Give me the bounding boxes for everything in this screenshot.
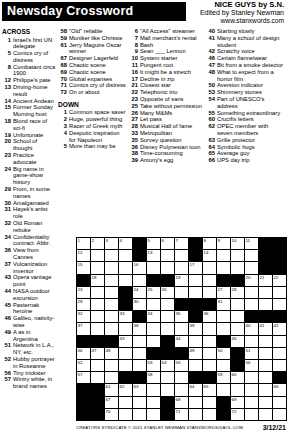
clue-across-36: 36View from Cannes	[2, 247, 56, 261]
clue-text: Hubby portrayer in Roseanne	[13, 356, 56, 370]
clue-number: 49	[2, 329, 13, 343]
clue-number: 23	[2, 152, 13, 166]
cell-number: 32	[78, 311, 83, 316]
grid-cell[interactable]	[161, 311, 174, 322]
grid-cell[interactable]	[119, 348, 132, 359]
grid-cell[interactable]: 42	[273, 323, 286, 334]
grid-cell[interactable]	[231, 250, 244, 261]
grid-cell[interactable]	[203, 348, 216, 359]
clue-text: Survey question	[140, 137, 203, 144]
clue-text: Opposite of sans	[140, 96, 203, 103]
grid-cell[interactable]	[259, 336, 272, 347]
grid-cell[interactable]	[133, 397, 146, 408]
cell-number: 34	[148, 311, 153, 316]
clue-text: Time-consuming	[140, 150, 203, 157]
grid-cell[interactable]	[147, 409, 160, 420]
clue-text: Chaotic scene	[69, 69, 127, 76]
grid-cell[interactable]	[231, 311, 244, 322]
clue-text: Driving-home result	[13, 84, 56, 98]
clue-number: 27	[129, 116, 140, 123]
grid-cell[interactable]: 57	[77, 372, 90, 383]
clue-number: 51	[2, 342, 13, 356]
cell-number: 53	[148, 360, 153, 365]
grid-cell[interactable]: 71	[175, 409, 188, 420]
grid-cell[interactable]: 14	[203, 250, 216, 261]
grid-cell[interactable]: 69	[231, 397, 244, 408]
clue-text: System starter	[140, 55, 203, 62]
grid-cell[interactable]	[231, 262, 244, 273]
black-cell	[175, 348, 188, 359]
grid-cell[interactable]: 35	[175, 311, 188, 322]
clue-across-20: 20School of thought	[2, 138, 56, 152]
clue-number: 33	[129, 130, 140, 137]
grid-cell[interactable]	[231, 299, 244, 310]
cell-number: 11	[246, 238, 251, 243]
clue-number: 23	[129, 96, 140, 103]
grid-cell[interactable]: 55	[175, 360, 188, 371]
grid-cell[interactable]: 20	[245, 275, 258, 286]
grid-cell[interactable]: 9	[217, 238, 230, 249]
grid-cell[interactable]	[105, 299, 118, 310]
black-cell	[189, 372, 202, 383]
cell-number: 41	[260, 323, 265, 328]
grid-cell[interactable]	[245, 397, 258, 408]
grid-cell[interactable]: 58	[147, 372, 160, 383]
grid-cell[interactable]: 6	[161, 238, 174, 249]
grid-cell[interactable]	[91, 299, 104, 310]
clue-down-50: 50Aversion indicator	[206, 82, 285, 89]
grid-cell[interactable]	[203, 397, 216, 408]
grid-cell[interactable]	[273, 336, 286, 347]
grid-cell[interactable]: 37	[77, 323, 90, 334]
grid-cell[interactable]: 53	[147, 360, 160, 371]
grid-cell[interactable]: 43	[119, 336, 132, 347]
clue-down-66: 66UPS day trip	[206, 157, 285, 164]
grid-cell[interactable]: 19	[175, 275, 188, 286]
grid-cell[interactable]	[91, 360, 104, 371]
grid-cell[interactable]	[259, 287, 272, 298]
cell-number: 52	[78, 360, 83, 365]
grid-cell[interactable]	[203, 323, 216, 334]
clue-down-26: 26Many M&Ms	[129, 110, 203, 117]
grid-cell[interactable]: 50	[217, 348, 230, 359]
grid-cell[interactable]	[245, 384, 258, 395]
clue-across-67: 67Designer Lagerfeld	[58, 55, 127, 62]
grid-cell[interactable]	[161, 372, 174, 383]
clue-down-42: 42Scratchy voice	[206, 48, 285, 55]
clue-text: School of thought	[13, 138, 56, 152]
grid-cell[interactable]: 59	[217, 372, 230, 383]
clue-across-23: 23Practice advocate	[2, 152, 56, 166]
grid-cell[interactable]	[189, 287, 202, 298]
grid-cell[interactable]: 51	[245, 348, 258, 359]
grid-cell[interactable]: 44	[175, 336, 188, 347]
grid-cell[interactable]: 2	[91, 238, 104, 249]
footer: CREATORS SYNDICATE © 2021 STANLEY NEWMAN…	[76, 421, 286, 433]
newsday-crossword-page: Newsday Crossword NICE GUYS by S.N. Edit…	[0, 0, 287, 434]
grid-cell[interactable]	[105, 262, 118, 273]
grid-cell[interactable]: 3	[105, 238, 118, 249]
grid-cell[interactable]	[91, 311, 104, 322]
grid-cell[interactable]	[133, 409, 146, 420]
grid-cell[interactable]	[133, 336, 146, 347]
clue-across-19: 19Unfortunate	[2, 132, 56, 139]
clue-down-16: 16It might be a stretch	[129, 69, 203, 76]
clue-down-54: 54Part of UNESCO's address	[206, 96, 285, 110]
grid-cell[interactable]: 68	[175, 397, 188, 408]
grid-cell[interactable]	[161, 250, 174, 261]
clue-down-27: 27Let pass	[129, 116, 203, 123]
clue-down-53: 53Shimmery stones	[206, 89, 285, 96]
grid-cell[interactable]	[259, 299, 272, 310]
clue-text: Many a school of design student	[217, 35, 285, 49]
grid-cell[interactable]	[245, 336, 258, 347]
cell-number: 8	[204, 238, 206, 243]
grid-cell[interactable]: 12	[77, 250, 90, 261]
black-cell	[189, 299, 202, 310]
grid-cell[interactable]	[259, 348, 272, 359]
cell-number: 65	[204, 384, 209, 389]
grid-cell[interactable]	[245, 372, 258, 383]
grid-cell[interactable]: 46	[77, 348, 90, 359]
clue-number: 39	[129, 157, 140, 164]
black-cell	[77, 397, 90, 408]
grid-cell[interactable]: 48	[105, 348, 118, 359]
grid-cell[interactable]	[217, 311, 230, 322]
grid-cell[interactable]: 18	[91, 275, 104, 286]
grid-cell[interactable]: 31	[217, 299, 230, 310]
grid-cell[interactable]: 10	[231, 238, 244, 249]
cell-number: 66	[274, 384, 279, 389]
grid-cell[interactable]	[189, 409, 202, 420]
grid-cell[interactable]	[161, 384, 174, 395]
grid-cell[interactable]	[105, 311, 118, 322]
cell-number: 64	[190, 384, 195, 389]
cell-number: 28	[232, 287, 237, 292]
clue-text: Bash	[140, 42, 203, 49]
grid-cell[interactable]: 4	[119, 238, 132, 249]
grid-cell[interactable]: 66	[273, 384, 286, 395]
grid-cell[interactable]	[119, 262, 132, 273]
clue-across-68: 68Chaotic scene	[58, 62, 127, 69]
grid-cell[interactable]: 22	[273, 275, 286, 286]
clue-down-8: 8Bash	[129, 42, 203, 49]
grid-cell[interactable]	[175, 384, 188, 395]
grid-cell[interactable]	[175, 262, 188, 273]
clue-number: 2	[58, 116, 69, 123]
puzzle-date: 3/12/21	[263, 424, 286, 431]
clue-text: Galileo, nativity-wise	[13, 315, 56, 329]
grid-cell[interactable]	[105, 360, 118, 371]
clue-text: Israel's first UN delegate	[13, 37, 56, 51]
grid-cell[interactable]: 67	[105, 397, 118, 408]
cell-number: 22	[274, 275, 279, 280]
grid-cell[interactable]: 62	[119, 384, 132, 395]
grid-cell[interactable]: 61	[105, 384, 118, 395]
cell-number: 31	[218, 299, 223, 304]
grid-cell[interactable]	[273, 397, 286, 408]
grid-cell[interactable]: 65	[203, 384, 216, 395]
clue-across-29: 29From, in some names	[2, 186, 56, 200]
grid-cell[interactable]: 40	[245, 323, 258, 334]
grid-cell[interactable]: 28	[231, 287, 244, 298]
grid-cell[interactable]: 23	[77, 287, 90, 298]
cell-number: 44	[176, 336, 181, 341]
clue-number: 31	[2, 206, 13, 220]
clue-number: 44	[2, 288, 13, 302]
grid-cell[interactable]	[105, 250, 118, 261]
grid-cell[interactable]	[147, 336, 160, 347]
cell-number: 72	[232, 409, 237, 414]
clue-down-48: 48What to expect from a horror film	[206, 69, 285, 83]
grid-cell[interactable]	[231, 384, 244, 395]
down-heading: DOWN	[58, 101, 127, 109]
grid-cell[interactable]	[91, 372, 104, 383]
grid-cell[interactable]	[259, 397, 272, 408]
grid-cell[interactable]: 17	[189, 262, 202, 273]
grid-cell[interactable]: 39	[189, 323, 202, 334]
grid-cell[interactable]	[259, 360, 272, 371]
grid-cell[interactable]	[273, 409, 286, 420]
grid-cell[interactable]	[189, 360, 202, 371]
grid-cell[interactable]	[203, 275, 216, 286]
grid-cell[interactable]	[175, 287, 188, 298]
clue-text: Symbolic hugs	[217, 144, 285, 151]
cell-number: 51	[246, 348, 251, 353]
black-cell	[133, 372, 146, 383]
grid-cell[interactable]	[105, 372, 118, 383]
grid-cell[interactable]	[189, 336, 202, 347]
clue-across-15: 15Former Sunday Morning host	[2, 104, 56, 118]
grid-cell[interactable]: 38	[133, 323, 146, 334]
grid-cell[interactable]: 21	[259, 275, 272, 286]
clue-down-9: 9Sean ___ Lennon	[129, 48, 203, 55]
grid-cell[interactable]	[119, 250, 132, 261]
clue-text: Global expanses	[69, 76, 127, 83]
grid-cell[interactable]	[259, 409, 272, 420]
grid-cell[interactable]: 47	[91, 348, 104, 359]
clue-number: 19	[2, 132, 13, 139]
grid-cell[interactable]	[203, 262, 216, 273]
cell-number: 17	[190, 262, 195, 267]
grid-cell[interactable]	[119, 397, 132, 408]
clue-number: 17	[129, 76, 140, 83]
cell-number: 30	[134, 299, 139, 304]
grid-cell[interactable]	[203, 360, 216, 371]
grid-cell[interactable]: 60	[231, 372, 244, 383]
clue-across-58: 58"Old" reliable	[58, 28, 127, 35]
grid-cell[interactable]	[217, 384, 230, 395]
grid-cell[interactable]: 41	[259, 323, 272, 334]
grid-cell[interactable]	[245, 299, 258, 310]
grid-cell[interactable]: 27	[217, 287, 230, 298]
cell-number: 69	[232, 397, 237, 402]
grid-cell[interactable]	[105, 275, 118, 286]
grid-cell[interactable]	[245, 250, 258, 261]
grid-cell[interactable]: 30	[133, 299, 146, 310]
grid-cell[interactable]	[133, 360, 146, 371]
cell-number: 21	[260, 275, 265, 280]
clue-number: 3	[58, 123, 69, 130]
clue-down-38: 38Time-consuming	[129, 150, 203, 157]
clue-across-32: 32Old Roman rebuke	[2, 220, 56, 234]
grid-cell[interactable]	[203, 409, 216, 420]
grid-cell[interactable]	[91, 262, 104, 273]
black-cell	[77, 384, 90, 395]
clue-text: "All Access" streamer	[140, 28, 203, 35]
grid-cell[interactable]	[133, 275, 146, 286]
grid-cell[interactable]	[119, 323, 132, 334]
grid-cell[interactable]: 8	[203, 238, 216, 249]
grid-cell[interactable]	[105, 323, 118, 334]
clue-number: 1	[58, 109, 69, 116]
black-cell	[91, 397, 104, 408]
clue-down-39: 39Antony's egg	[129, 157, 203, 164]
grid-cell[interactable]	[189, 275, 202, 286]
grid-cell[interactable]: 34	[147, 311, 160, 322]
grid-cell[interactable]	[273, 287, 286, 298]
grid-cell[interactable]	[161, 323, 174, 334]
clue-text: Unfortunate	[13, 132, 56, 139]
black-cell	[119, 287, 132, 298]
grid-cell[interactable]: 13	[147, 250, 160, 261]
crossword-grid[interactable]: 1234567891011121314151617181920212223242…	[76, 237, 287, 421]
clue-text: Disney Polynesian toon	[140, 144, 203, 151]
grid-cell[interactable]	[105, 287, 118, 298]
grid-cell[interactable]	[147, 262, 160, 273]
grid-cell[interactable]: 11	[245, 238, 258, 249]
clue-text: Chaotic scene	[69, 62, 127, 69]
grid-cell[interactable]	[175, 323, 188, 334]
copyright-line: CREATORS SYNDICATE © 2021 STANLEY NEWMAN…	[76, 425, 243, 430]
grid-cell[interactable]	[273, 299, 286, 310]
clue-number: 55	[206, 110, 217, 117]
grid-cell[interactable]: 32	[77, 311, 90, 322]
grid-cell[interactable]: 45	[231, 336, 244, 347]
clue-down-65: 65Average guy	[206, 150, 285, 157]
grid-cell[interactable]: 33	[119, 311, 132, 322]
grid-cell[interactable]	[175, 372, 188, 383]
grid-cell[interactable]	[147, 323, 160, 334]
grid-cell[interactable]	[273, 348, 286, 359]
grid-cell[interactable]: 49	[189, 348, 202, 359]
clue-text: Crucifix letters	[217, 116, 285, 123]
grid-cell[interactable]: 29	[77, 299, 90, 310]
clue-number: 63	[206, 137, 217, 144]
grid-cell[interactable]	[147, 384, 160, 395]
grid-cell[interactable]	[119, 275, 132, 286]
cell-number: 54	[162, 360, 167, 365]
black-cell	[133, 238, 146, 249]
cell-number: 60	[232, 372, 237, 377]
grid-cell[interactable]: 24	[133, 287, 146, 298]
grid-cell[interactable]	[161, 262, 174, 273]
grid-cell[interactable]	[231, 323, 244, 334]
clue-text: "Old" reliable	[69, 28, 127, 35]
grid-cell[interactable]	[91, 250, 104, 261]
grid-cell[interactable]	[91, 287, 104, 298]
clue-text: Hayek's artist role	[13, 206, 56, 220]
grid-cell[interactable]	[147, 397, 160, 408]
grid-cell[interactable]	[203, 287, 216, 298]
black-cell	[217, 397, 230, 408]
grid-cell[interactable]: 70	[105, 409, 118, 420]
grid-cell[interactable]	[189, 397, 202, 408]
cell-number: 57	[78, 372, 83, 377]
grid-cell[interactable]	[119, 360, 132, 371]
grid-cell[interactable]: 63	[133, 384, 146, 395]
clue-text: Moniker like Chrissie	[69, 35, 127, 42]
clue-across-61: 61Jerry Maguire Oscar winner	[58, 42, 127, 56]
clue-number: 43	[2, 274, 13, 288]
grid-cell[interactable]	[175, 250, 188, 261]
grid-cell[interactable]: 16	[133, 262, 146, 273]
grid-cell[interactable]	[217, 360, 230, 371]
clue-across-59: 59Moniker like Chrissie	[58, 35, 127, 42]
grid-cell[interactable]	[245, 409, 258, 420]
cell-number: 33	[120, 311, 125, 316]
grid-cell[interactable]: 36	[203, 311, 216, 322]
cell-number: 43	[120, 336, 125, 341]
clue-number: 69	[58, 69, 69, 76]
clue-down-3: 3Racer of Greek myth	[58, 123, 127, 130]
clue-text: Starting slowly	[217, 28, 285, 35]
cell-number: 61	[106, 384, 111, 389]
grid-cell[interactable]	[217, 250, 230, 261]
clue-number: 48	[206, 69, 217, 83]
grid-cell[interactable]	[203, 336, 216, 347]
grid-cell[interactable]: 1	[77, 238, 90, 249]
grid-cell[interactable]	[245, 287, 258, 298]
cell-number: 16	[134, 262, 139, 267]
grid-cell[interactable]: 15	[77, 262, 90, 273]
grid-cell[interactable]	[133, 348, 146, 359]
cell-number: 14	[204, 250, 209, 255]
cell-number: 25	[148, 287, 153, 292]
grid-cell[interactable]: 25	[147, 287, 160, 298]
grid-cell[interactable]	[91, 323, 104, 334]
grid-cell[interactable]	[245, 262, 258, 273]
grid-cell[interactable]	[161, 299, 174, 310]
grid-cell[interactable]: 72	[231, 409, 244, 420]
grid-cell[interactable]	[259, 372, 272, 383]
clue-number: 52	[2, 356, 13, 370]
cell-number: 10	[232, 238, 237, 243]
grid-cell[interactable]	[147, 299, 160, 310]
cell-number: 56	[246, 360, 251, 365]
clue-number: 64	[206, 144, 217, 151]
clue-text: Big name in game-show history	[13, 166, 56, 186]
grid-cell[interactable]	[273, 360, 286, 371]
grid-cell[interactable]: 7	[175, 238, 188, 249]
grid-cell[interactable]: 52	[77, 360, 90, 371]
grid-cell[interactable]	[259, 384, 272, 395]
grid-cell[interactable]	[217, 262, 230, 273]
clue-across-30: 30Amalgamated	[2, 200, 56, 207]
cell-number: 62	[120, 384, 125, 389]
grid-cell[interactable]: 26	[161, 287, 174, 298]
clue-number: 18	[2, 118, 13, 132]
grid-cell[interactable]: 54	[161, 360, 174, 371]
clue-text: Ancient Andean	[13, 98, 56, 105]
grid-cell[interactable]	[217, 323, 230, 334]
clue-number: 25	[129, 103, 140, 110]
cell-number: 1	[78, 238, 80, 243]
grid-cell[interactable]: 64	[189, 384, 202, 395]
grid-cell[interactable]	[119, 409, 132, 420]
grid-cell[interactable]: 5	[147, 238, 160, 249]
grid-cell[interactable]: 56	[245, 360, 258, 371]
